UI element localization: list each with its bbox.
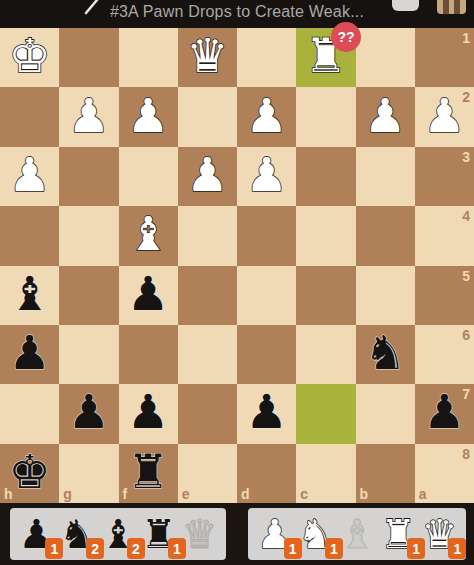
rank-label-7: 7: [462, 386, 470, 402]
white-pocket-rook[interactable]: ♜1: [378, 512, 418, 556]
square-c6[interactable]: [296, 325, 355, 384]
square-h8[interactable]: ♚h: [0, 444, 59, 503]
square-b8[interactable]: b: [356, 444, 415, 503]
white-pawn: ♟: [246, 151, 288, 198]
square-h6[interactable]: ♟: [0, 325, 59, 384]
board-theme-icon[interactable]: [437, 0, 466, 14]
white-pawn: ♟: [9, 151, 51, 198]
square-f8[interactable]: ♜f: [119, 444, 178, 503]
white-pawn: ♟: [127, 92, 169, 139]
square-g6[interactable]: [59, 325, 118, 384]
square-d5[interactable]: [237, 266, 296, 325]
square-a3[interactable]: 3: [415, 147, 474, 206]
square-g5[interactable]: [59, 266, 118, 325]
square-f4[interactable]: ♝: [119, 206, 178, 265]
black-pawn: ♟: [423, 388, 465, 435]
white-pawn: ♟: [364, 92, 406, 139]
square-g8[interactable]: g: [59, 444, 118, 503]
square-f5[interactable]: ♟: [119, 266, 178, 325]
piece-trays: ♟1♞2♝2♜1♛ ♟1♞1♝♜1♛1: [0, 503, 474, 565]
square-h1[interactable]: ♚: [0, 28, 59, 87]
square-a7[interactable]: ♟7: [415, 384, 474, 443]
white-pocket-tray: ♟1♞1♝♜1♛1: [248, 508, 466, 560]
black-pocket-tray: ♟1♞2♝2♜1♛: [10, 508, 226, 560]
black-pawn: ♟: [68, 388, 110, 435]
file-label-h: h: [4, 486, 13, 502]
square-d2[interactable]: ♟: [237, 87, 296, 146]
square-e4[interactable]: [178, 206, 237, 265]
square-f1[interactable]: [119, 28, 178, 87]
file-label-f: f: [123, 486, 128, 502]
board: ♚♛♜1♟♟♟♟♟2♟♟♟3♝4♝♟5♟♞6♟♟♟♟7♚hg♜fedcb8a: [0, 28, 474, 503]
square-b3[interactable]: [356, 147, 415, 206]
pocket-count-badge: 1: [325, 538, 343, 559]
black-pawn: ♟: [246, 388, 288, 435]
white-pocket-queen[interactable]: ♛1: [419, 512, 459, 556]
square-c4[interactable]: [296, 206, 355, 265]
rank-label-8: 8: [462, 446, 470, 462]
message-icon[interactable]: [392, 0, 419, 11]
square-b1[interactable]: [356, 28, 415, 87]
pocket-count-badge: 1: [45, 538, 63, 559]
square-d1[interactable]: [237, 28, 296, 87]
pocket-count-badge: 2: [127, 538, 145, 559]
file-label-a: a: [419, 486, 427, 502]
square-a5[interactable]: 5: [415, 266, 474, 325]
square-e7[interactable]: [178, 384, 237, 443]
rank-label-2: 2: [462, 89, 470, 105]
square-h5[interactable]: ♝: [0, 266, 59, 325]
square-e6[interactable]: [178, 325, 237, 384]
square-b6[interactable]: ♞: [356, 325, 415, 384]
white-pawn: ♟: [186, 151, 228, 198]
black-knight: ♞: [364, 329, 406, 376]
black-pawn: ♟: [127, 388, 169, 435]
title-bar: #3A Pawn Drops to Create Weak...: [0, 0, 474, 28]
black-queen-icon: ♛: [182, 514, 218, 554]
square-a6[interactable]: 6: [415, 325, 474, 384]
black-pawn: ♟: [127, 270, 169, 317]
square-a8[interactable]: 8a: [415, 444, 474, 503]
black-king: ♚: [9, 448, 51, 495]
square-g2[interactable]: ♟: [59, 87, 118, 146]
square-f2[interactable]: ♟: [119, 87, 178, 146]
square-e2[interactable]: [178, 87, 237, 146]
white-pocket-pawn[interactable]: ♟1: [255, 512, 295, 556]
black-rook: ♜: [127, 448, 169, 495]
white-pawn: ♟: [246, 92, 288, 139]
square-b4[interactable]: [356, 206, 415, 265]
rank-label-3: 3: [462, 149, 470, 165]
square-d7[interactable]: ♟: [237, 384, 296, 443]
file-label-d: d: [241, 486, 250, 502]
pocket-count-badge: 1: [284, 538, 302, 559]
square-h2[interactable]: [0, 87, 59, 146]
blunder-badge: ??: [331, 22, 361, 52]
square-f3[interactable]: [119, 147, 178, 206]
square-f6[interactable]: [119, 325, 178, 384]
square-c5[interactable]: [296, 266, 355, 325]
square-a4[interactable]: 4: [415, 206, 474, 265]
white-queen: ♛: [186, 32, 228, 79]
square-d3[interactable]: ♟: [237, 147, 296, 206]
file-label-e: e: [182, 486, 190, 502]
square-c2[interactable]: [296, 87, 355, 146]
square-b7[interactable]: [356, 384, 415, 443]
square-c7[interactable]: [296, 384, 355, 443]
square-g3[interactable]: [59, 147, 118, 206]
square-a1[interactable]: 1: [415, 28, 474, 87]
square-h7[interactable]: [0, 384, 59, 443]
square-e5[interactable]: [178, 266, 237, 325]
square-d4[interactable]: [237, 206, 296, 265]
square-h3[interactable]: ♟: [0, 147, 59, 206]
board-wrap: ♚♛♜1♟♟♟♟♟2♟♟♟3♝4♝♟5♟♞6♟♟♟♟7♚hg♜fedcb8a ?…: [0, 28, 474, 503]
black-pawn: ♟: [9, 329, 51, 376]
square-b2[interactable]: ♟: [356, 87, 415, 146]
black-bishop: ♝: [9, 270, 51, 317]
square-e3[interactable]: ♟: [178, 147, 237, 206]
square-e1[interactable]: ♛: [178, 28, 237, 87]
file-label-g: g: [63, 486, 72, 502]
pocket-count-badge: 2: [86, 538, 104, 559]
rank-label-5: 5: [462, 268, 470, 284]
square-c8[interactable]: c: [296, 444, 355, 503]
white-pocket-bishop[interactable]: ♝: [337, 512, 377, 556]
rank-label-1: 1: [462, 30, 470, 46]
pocket-count-badge: 1: [168, 538, 186, 559]
square-d6[interactable]: [237, 325, 296, 384]
pocket-count-badge: 1: [448, 538, 466, 559]
white-bishop: ♝: [127, 210, 169, 257]
square-c3[interactable]: [296, 147, 355, 206]
black-pocket-pawn[interactable]: ♟1: [16, 512, 56, 556]
square-e8[interactable]: e: [178, 444, 237, 503]
white-pawn: ♟: [423, 92, 465, 139]
white-bishop-icon: ♝: [339, 514, 375, 554]
rank-label-4: 4: [462, 208, 470, 224]
white-king: ♚: [9, 32, 51, 79]
pocket-count-badge: 1: [407, 538, 425, 559]
white-pawn: ♟: [68, 92, 110, 139]
square-d8[interactable]: d: [237, 444, 296, 503]
rank-label-6: 6: [462, 327, 470, 343]
file-label-b: b: [360, 486, 369, 502]
square-a2[interactable]: ♟2: [415, 87, 474, 146]
square-g4[interactable]: [59, 206, 118, 265]
square-g1[interactable]: [59, 28, 118, 87]
square-h4[interactable]: [0, 206, 59, 265]
white-pocket-knight[interactable]: ♞1: [296, 512, 336, 556]
square-b5[interactable]: [356, 266, 415, 325]
black-pocket-knight[interactable]: ♞2: [57, 512, 97, 556]
file-label-c: c: [300, 486, 308, 502]
square-g7[interactable]: ♟: [59, 384, 118, 443]
square-f7[interactable]: ♟: [119, 384, 178, 443]
